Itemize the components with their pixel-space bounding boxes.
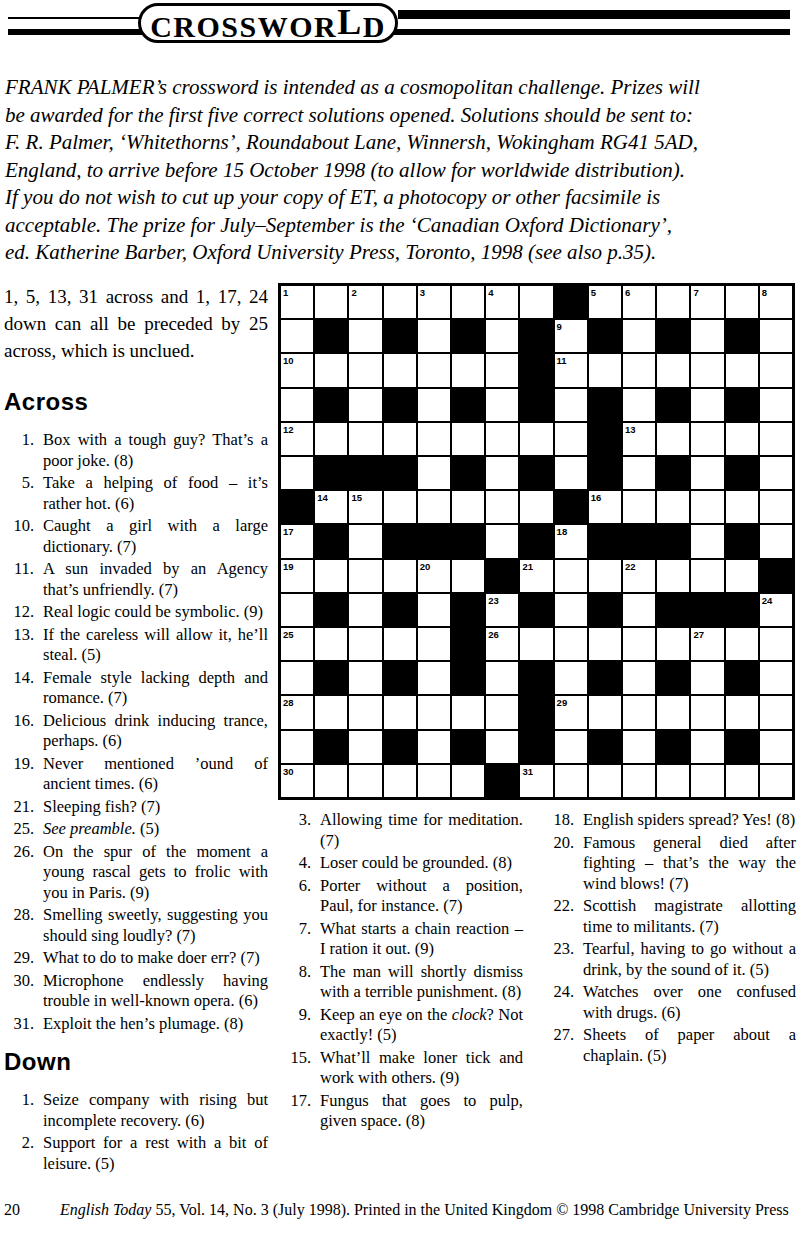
cell-r1c7[interactable]: 4: [486, 286, 518, 318]
cell-r14c4-black: [384, 731, 416, 763]
cell-r14c1[interactable]: [281, 731, 313, 763]
clue-across-14: 14.Female style lacking depth and romanc…: [4, 668, 268, 709]
cell-r1c3[interactable]: 2: [349, 286, 381, 318]
cell-r1c6[interactable]: [452, 286, 484, 318]
cell-r10c5[interactable]: [418, 594, 450, 626]
cell-r13c15[interactable]: [760, 696, 792, 728]
cell-r13c4[interactable]: [384, 696, 416, 728]
cell-r5c9[interactable]: [555, 423, 587, 455]
cell-r9c9[interactable]: [555, 560, 587, 592]
clue-number: 25.: [4, 819, 34, 840]
cell-r13c12[interactable]: [657, 696, 689, 728]
cell-r9c1[interactable]: 19: [281, 560, 313, 592]
clue-text: Delicious drink inducing trance, perhaps…: [43, 711, 268, 752]
cell-r7c5[interactable]: [418, 491, 450, 523]
cell-r15c14[interactable]: [726, 765, 758, 797]
clue-across-5: 5.Take a helping of food – it’s rather h…: [4, 473, 268, 514]
cell-r9c8[interactable]: 21: [520, 560, 552, 592]
cell-r2c13[interactable]: [691, 320, 723, 352]
clue-down-18: 18.English spiders spread? Yes! (8): [544, 810, 796, 831]
cell-r9c6[interactable]: [452, 560, 484, 592]
cell-r4c11[interactable]: [623, 389, 655, 421]
cell-r13c11[interactable]: [623, 696, 655, 728]
cell-r14c12-black: [657, 731, 689, 763]
clue-number: 11.: [4, 559, 34, 600]
cell-r9c2[interactable]: [315, 560, 347, 592]
cell-r15c15[interactable]: [760, 765, 792, 797]
cell-r13c13[interactable]: [691, 696, 723, 728]
cell-r6c7[interactable]: [486, 457, 518, 489]
cell-r4c15[interactable]: [760, 389, 792, 421]
cell-r13c2[interactable]: [315, 696, 347, 728]
clue-number: 18.: [544, 810, 574, 831]
cell-r7c7[interactable]: [486, 491, 518, 523]
cell-r1c15[interactable]: 8: [760, 286, 792, 318]
intro-line: be awarded for the first five correct so…: [5, 102, 797, 130]
clue-number-1: 1: [283, 287, 288, 298]
cell-r3c15[interactable]: [760, 354, 792, 386]
clue-text: Support for a rest with a bit of leisure…: [43, 1133, 268, 1174]
cell-r14c13[interactable]: [691, 731, 723, 763]
cell-r11c3[interactable]: [349, 628, 381, 660]
clue-down-8: 8.The man will shortly dismiss with a te…: [281, 962, 523, 1003]
cell-r13c6[interactable]: [452, 696, 484, 728]
cell-r5c8[interactable]: [520, 423, 552, 455]
clue-number-14: 14: [317, 492, 328, 503]
cell-r4c4-black: [384, 389, 416, 421]
cell-r7c12[interactable]: [657, 491, 689, 523]
clue-number: 27.: [544, 1025, 574, 1066]
cell-r13c14[interactable]: [726, 696, 758, 728]
cell-r12c14-black: [726, 662, 758, 694]
cell-r3c4[interactable]: [384, 354, 416, 386]
cell-r13c8-black: [520, 696, 552, 728]
cell-r3c8-black: [520, 354, 552, 386]
clue-text: If the careless will allow it, he’ll ste…: [43, 625, 268, 666]
cell-r11c2[interactable]: [315, 628, 347, 660]
cell-r7c10[interactable]: 16: [589, 491, 621, 523]
cell-r2c4-black: [384, 320, 416, 352]
clue-number: 7.: [281, 919, 311, 960]
clue-number-4: 4: [488, 287, 493, 298]
page: CROSSWORLD FRANK PALMER’s crossword is i…: [0, 0, 800, 1234]
clue-number-16: 16: [591, 492, 602, 503]
clue-number: 9.: [281, 1005, 311, 1046]
cell-r10c4-black: [384, 594, 416, 626]
cell-r12c13[interactable]: [691, 662, 723, 694]
cell-r1c4[interactable]: [384, 286, 416, 318]
clue-number: 20.: [544, 833, 574, 895]
cell-r3c1[interactable]: 10: [281, 354, 313, 386]
cell-r7c15[interactable]: [760, 491, 792, 523]
cell-r5c14[interactable]: [726, 423, 758, 455]
cell-r4c9[interactable]: [555, 389, 587, 421]
clue-number-11: 11: [557, 355, 567, 366]
clue-down-2: 2.Support for a rest with a bit of leisu…: [4, 1133, 268, 1174]
cell-r11c1[interactable]: 25: [281, 628, 313, 660]
cell-r1c1[interactable]: 1: [281, 286, 313, 318]
cell-r11c8[interactable]: [520, 628, 552, 660]
cell-r12c10-black: [589, 662, 621, 694]
cell-r1c14[interactable]: [726, 286, 758, 318]
cell-r2c5[interactable]: [418, 320, 450, 352]
clue-number-7: 7: [693, 287, 698, 298]
cell-r6c1[interactable]: [281, 457, 313, 489]
clue-number-29: 29: [557, 697, 568, 708]
cell-r6c12-black: [657, 457, 689, 489]
cell-r8c1[interactable]: 17: [281, 525, 313, 557]
cell-r7c8[interactable]: [520, 491, 552, 523]
clue-number: 10.: [4, 516, 34, 557]
clue-number: 12.: [4, 602, 34, 623]
clue-across-12: 12.Real logic could be symbolic. (9): [4, 602, 268, 623]
cell-r4c7[interactable]: [486, 389, 518, 421]
cell-r7c2[interactable]: 14: [315, 491, 347, 523]
cell-r13c7[interactable]: [486, 696, 518, 728]
cell-r7c14[interactable]: [726, 491, 758, 523]
cell-r10c1[interactable]: [281, 594, 313, 626]
cell-r3c6[interactable]: [452, 354, 484, 386]
cell-r3c10[interactable]: [589, 354, 621, 386]
clue-down-17: 17.Fungus that goes to pulp, given space…: [281, 1091, 523, 1132]
cell-r1c13[interactable]: 7: [691, 286, 723, 318]
cell-r9c3[interactable]: [349, 560, 381, 592]
clue-number-2: 2: [351, 287, 356, 298]
cell-r9c13[interactable]: [691, 560, 723, 592]
cell-r7c3[interactable]: 15: [349, 491, 381, 523]
cell-r15c12[interactable]: [657, 765, 689, 797]
cell-r5c5[interactable]: [418, 423, 450, 455]
cell-r9c10[interactable]: [589, 560, 621, 592]
clue-text: Caught a girl with a large dictionary. (…: [43, 516, 268, 557]
cell-r12c15[interactable]: [760, 662, 792, 694]
cell-r3c13[interactable]: [691, 354, 723, 386]
clue-number-10: 10: [283, 355, 294, 366]
cell-r1c10[interactable]: 5: [589, 286, 621, 318]
clue-text: Watches over one confused with drugs. (6…: [583, 982, 796, 1023]
cell-r15c2[interactable]: [315, 765, 347, 797]
cell-r4c5[interactable]: [418, 389, 450, 421]
clue-number-12: 12: [283, 424, 294, 435]
cell-r12c3[interactable]: [349, 662, 381, 694]
clue-text: Real logic could be symbolic. (9): [43, 602, 268, 623]
clue-across-29: 29.What to do to make doer err? (7): [4, 948, 268, 969]
clue-number-19: 19: [283, 561, 294, 572]
clue-number: 17.: [281, 1091, 311, 1132]
cell-r9c12[interactable]: [657, 560, 689, 592]
cell-r9c7-black: [486, 560, 518, 592]
clue-number-9: 9: [557, 321, 562, 332]
clue-down-3: 3.Allowing time for meditation. (7): [281, 810, 523, 851]
cell-r3c9[interactable]: 11: [555, 354, 587, 386]
cell-r8c13[interactable]: [691, 525, 723, 557]
down-clue-list-middle: 3.Allowing time for meditation. (7)4.Los…: [281, 810, 523, 1132]
cell-r8c6-black: [452, 525, 484, 557]
cell-r14c7[interactable]: [486, 731, 518, 763]
cell-r11c7[interactable]: 26: [486, 628, 518, 660]
cell-r11c5[interactable]: [418, 628, 450, 660]
cell-r7c6[interactable]: [452, 491, 484, 523]
clue-text: Sheets of paper about a chaplain. (5): [583, 1025, 796, 1066]
clue-down-22: 22.Scottish magistrate allotting time to…: [544, 896, 796, 937]
clue-text: What’ll make loner tick and work with ot…: [320, 1048, 523, 1089]
cell-r7c11[interactable]: [623, 491, 655, 523]
cell-r14c15[interactable]: [760, 731, 792, 763]
cell-r6c13[interactable]: [691, 457, 723, 489]
cell-r1c8[interactable]: [520, 286, 552, 318]
clue-text: Tearful, having to go without a drink, b…: [583, 939, 796, 980]
clue-number-13: 13: [625, 424, 636, 435]
cell-r14c11[interactable]: [623, 731, 655, 763]
clue-across-10: 10.Caught a girl with a large dictionary…: [4, 516, 268, 557]
cell-r10c3[interactable]: [349, 594, 381, 626]
cell-r5c3[interactable]: [349, 423, 381, 455]
cell-r14c9[interactable]: [555, 731, 587, 763]
cell-r14c2-black: [315, 731, 347, 763]
clue-text: Sleeping fish? (7): [43, 797, 268, 818]
cell-r5c13[interactable]: [691, 423, 723, 455]
cell-r2c10-black: [589, 320, 621, 352]
clue-number-26: 26: [488, 629, 499, 640]
cell-r12c4-black: [384, 662, 416, 694]
cell-r3c14[interactable]: [726, 354, 758, 386]
cell-r2c9[interactable]: 9: [555, 320, 587, 352]
cell-r14c14-black: [726, 731, 758, 763]
cell-r7c13[interactable]: [691, 491, 723, 523]
cell-r11c9[interactable]: [555, 628, 587, 660]
cell-r12c8-black: [520, 662, 552, 694]
cell-r2c11[interactable]: [623, 320, 655, 352]
cell-r8c10-black: [589, 525, 621, 557]
cell-r7c4[interactable]: [384, 491, 416, 523]
cell-r3c2[interactable]: [315, 354, 347, 386]
cell-r2c3[interactable]: [349, 320, 381, 352]
left-column: 1, 5, 13, 31 across and 1, 17, 24 down c…: [4, 283, 268, 1176]
clue-text: Allowing time for meditation. (7): [320, 810, 523, 851]
cell-r14c3[interactable]: [349, 731, 381, 763]
cell-r10c7[interactable]: 23: [486, 594, 518, 626]
clue-down-15: 15.What’ll make loner tick and work with…: [281, 1048, 523, 1089]
intro-line: acceptable. The prize for July–September…: [5, 212, 797, 240]
cell-r2c15[interactable]: [760, 320, 792, 352]
cell-r11c10[interactable]: [589, 628, 621, 660]
clue-number-15: 15: [351, 492, 362, 503]
cell-r13c10[interactable]: [589, 696, 621, 728]
cell-r10c9[interactable]: [555, 594, 587, 626]
cell-r11c13[interactable]: 27: [691, 628, 723, 660]
clue-down-9: 9.Keep an eye on the clock? Not exactly!…: [281, 1005, 523, 1046]
cell-r7c9-black: [555, 491, 587, 523]
header-rule-thin: [8, 17, 142, 19]
clue-number-22: 22: [625, 561, 636, 572]
cell-r5c2[interactable]: [315, 423, 347, 455]
cell-r15c10[interactable]: [589, 765, 621, 797]
clue-across-13: 13.If the careless will allow it, he’ll …: [4, 625, 268, 666]
clue-number: 22.: [544, 896, 574, 937]
cell-r12c7[interactable]: [486, 662, 518, 694]
clue-number-20: 20: [420, 561, 431, 572]
clue-text: Exploit the hen’s plumage. (8): [43, 1014, 268, 1035]
clue-number: 1.: [4, 1090, 34, 1131]
clue-across-16: 16.Delicious drink inducing trance, perh…: [4, 711, 268, 752]
cell-r13c5[interactable]: [418, 696, 450, 728]
across-heading: Across: [4, 388, 268, 416]
cell-r11c12[interactable]: [657, 628, 689, 660]
cell-r15c9[interactable]: [555, 765, 587, 797]
clue-across-26: 26.On the spur of the moment a young ras…: [4, 842, 268, 904]
cell-r4c8-black: [520, 389, 552, 421]
clue-down-1: 1.Seize company with rising but incomple…: [4, 1090, 268, 1131]
cell-r5c11[interactable]: 13: [623, 423, 655, 455]
clue-text: Seize company with rising but incomplete…: [43, 1090, 268, 1131]
clue-text: Never mentioned ’ound of ancient times. …: [43, 754, 268, 795]
cell-r9c11[interactable]: 22: [623, 560, 655, 592]
cell-r2c8-black: [520, 320, 552, 352]
cell-r15c13[interactable]: [691, 765, 723, 797]
clue-number: 15.: [281, 1048, 311, 1089]
cell-r3c5[interactable]: [418, 354, 450, 386]
down-clue-list-left: 1.Seize company with rising but incomple…: [4, 1090, 268, 1174]
cell-r6c9[interactable]: [555, 457, 587, 489]
clue-text: Female style lacking depth and romance. …: [43, 668, 268, 709]
clue-number: 31.: [4, 1014, 34, 1035]
cell-r10c12-black: [657, 594, 689, 626]
cell-r15c8[interactable]: 31: [520, 765, 552, 797]
clue-number: 4.: [281, 853, 311, 874]
cell-r2c14-black: [726, 320, 758, 352]
cell-r4c10-black: [589, 389, 621, 421]
cell-r8c7[interactable]: [486, 525, 518, 557]
cell-r3c7[interactable]: [486, 354, 518, 386]
cell-r11c15[interactable]: [760, 628, 792, 660]
clue-text: The man will shortly dismiss with a terr…: [320, 962, 523, 1003]
cell-r6c11[interactable]: [623, 457, 655, 489]
cell-r1c2[interactable]: [315, 286, 347, 318]
cell-r2c12-black: [657, 320, 689, 352]
cell-r13c3[interactable]: [349, 696, 381, 728]
cell-r9c4[interactable]: [384, 560, 416, 592]
cell-r4c14-black: [726, 389, 758, 421]
cell-r6c2-black: [315, 457, 347, 489]
cell-r4c13[interactable]: [691, 389, 723, 421]
cell-r15c3[interactable]: [349, 765, 381, 797]
cell-r5c6[interactable]: [452, 423, 484, 455]
cell-r8c9[interactable]: 18: [555, 525, 587, 557]
cell-r5c4[interactable]: [384, 423, 416, 455]
cell-r15c1[interactable]: 30: [281, 765, 313, 797]
cell-r9c14[interactable]: [726, 560, 758, 592]
cell-r2c1[interactable]: [281, 320, 313, 352]
cell-r2c6-black: [452, 320, 484, 352]
clue-down-23: 23.Tearful, having to go without a drink…: [544, 939, 796, 980]
cell-r5c1[interactable]: 12: [281, 423, 313, 455]
clue-across-25: 25.See preamble. (5): [4, 819, 268, 840]
cell-r12c9[interactable]: [555, 662, 587, 694]
cell-r15c5[interactable]: [418, 765, 450, 797]
cell-r14c8-black: [520, 731, 552, 763]
clue-across-31: 31.Exploit the hen’s plumage. (8): [4, 1014, 268, 1035]
cell-r1c12[interactable]: [657, 286, 689, 318]
cell-r14c5[interactable]: [418, 731, 450, 763]
clue-number: 30.: [4, 971, 34, 1012]
cell-r8c15[interactable]: [760, 525, 792, 557]
cell-r6c15[interactable]: [760, 457, 792, 489]
cell-r1c11[interactable]: 6: [623, 286, 655, 318]
intro-line: ed. Katherine Barber, Oxford University …: [5, 239, 797, 267]
clue-text: What to do to make doer err? (7): [43, 948, 268, 969]
cell-r5c7[interactable]: [486, 423, 518, 455]
cell-r10c11[interactable]: [623, 594, 655, 626]
cell-r6c3-black: [349, 457, 381, 489]
cell-r6c5[interactable]: [418, 457, 450, 489]
cell-r9c5[interactable]: 20: [418, 560, 450, 592]
cell-r3c12[interactable]: [657, 354, 689, 386]
cell-r5c12[interactable]: [657, 423, 689, 455]
journal-imprint-line: English Today 55, Vol. 14, No. 3 (July 1…: [60, 1201, 800, 1219]
clue-number-18: 18: [557, 526, 568, 537]
cell-r8c3[interactable]: [349, 525, 381, 557]
cell-r5c15[interactable]: [760, 423, 792, 455]
page-title: CROSSWORLD: [150, 4, 386, 42]
cell-r14c10-black: [589, 731, 621, 763]
clue-number: 6.: [281, 876, 311, 917]
clue-number: 3.: [281, 810, 311, 851]
cell-r6c4-black: [384, 457, 416, 489]
clue-down-20: 20.Famous general died after fighting – …: [544, 833, 796, 895]
cell-r11c14[interactable]: [726, 628, 758, 660]
clue-number: 24.: [544, 982, 574, 1023]
clue-number: 13.: [4, 625, 34, 666]
cell-r15c6[interactable]: [452, 765, 484, 797]
middle-column: 3.Allowing time for meditation. (7)4.Los…: [281, 810, 523, 1134]
cell-r11c11[interactable]: [623, 628, 655, 660]
cell-r13c9[interactable]: 29: [555, 696, 587, 728]
cell-r4c3[interactable]: [349, 389, 381, 421]
right-column: 18.English spiders spread? Yes! (8)20.Fa…: [544, 810, 796, 1068]
crossword-grid: 1234567891011121314151617181920212223242…: [278, 283, 795, 800]
cell-r12c11[interactable]: [623, 662, 655, 694]
clue-down-27: 27.Sheets of paper about a chaplain. (5): [544, 1025, 796, 1066]
cell-r3c11[interactable]: [623, 354, 655, 386]
cell-r13c1[interactable]: 28: [281, 696, 313, 728]
cell-r12c2-black: [315, 662, 347, 694]
cell-r2c7[interactable]: [486, 320, 518, 352]
clue-text: Porter without a position, Paul, for ins…: [320, 876, 523, 917]
masthead-pill: CROSSWORLD: [138, 3, 398, 43]
clue-number-3: 3: [420, 287, 425, 298]
intro-line: F. R. Palmer, ‘Whitethorns’, Roundabout …: [5, 129, 797, 157]
cell-r10c6-black: [452, 594, 484, 626]
clue-number-25: 25: [283, 629, 294, 640]
cell-r11c4[interactable]: [384, 628, 416, 660]
cell-r1c5[interactable]: 3: [418, 286, 450, 318]
cell-r3c3[interactable]: [349, 354, 381, 386]
cell-r6c8-black: [520, 457, 552, 489]
cell-r12c5[interactable]: [418, 662, 450, 694]
cell-r12c1[interactable]: [281, 662, 313, 694]
clue-text: Scottish magistrate allotting time to mi…: [583, 896, 796, 937]
clue-number-30: 30: [283, 766, 294, 777]
cell-r15c11[interactable]: [623, 765, 655, 797]
cell-r4c1[interactable]: [281, 389, 313, 421]
cell-r8c2-black: [315, 525, 347, 557]
cell-r10c14-black: [726, 594, 758, 626]
clue-number-8: 8: [762, 287, 767, 298]
cell-r10c15[interactable]: 24: [760, 594, 792, 626]
cell-r15c4[interactable]: [384, 765, 416, 797]
cell-r9c15-black: [760, 560, 792, 592]
cell-r10c10-black: [589, 594, 621, 626]
